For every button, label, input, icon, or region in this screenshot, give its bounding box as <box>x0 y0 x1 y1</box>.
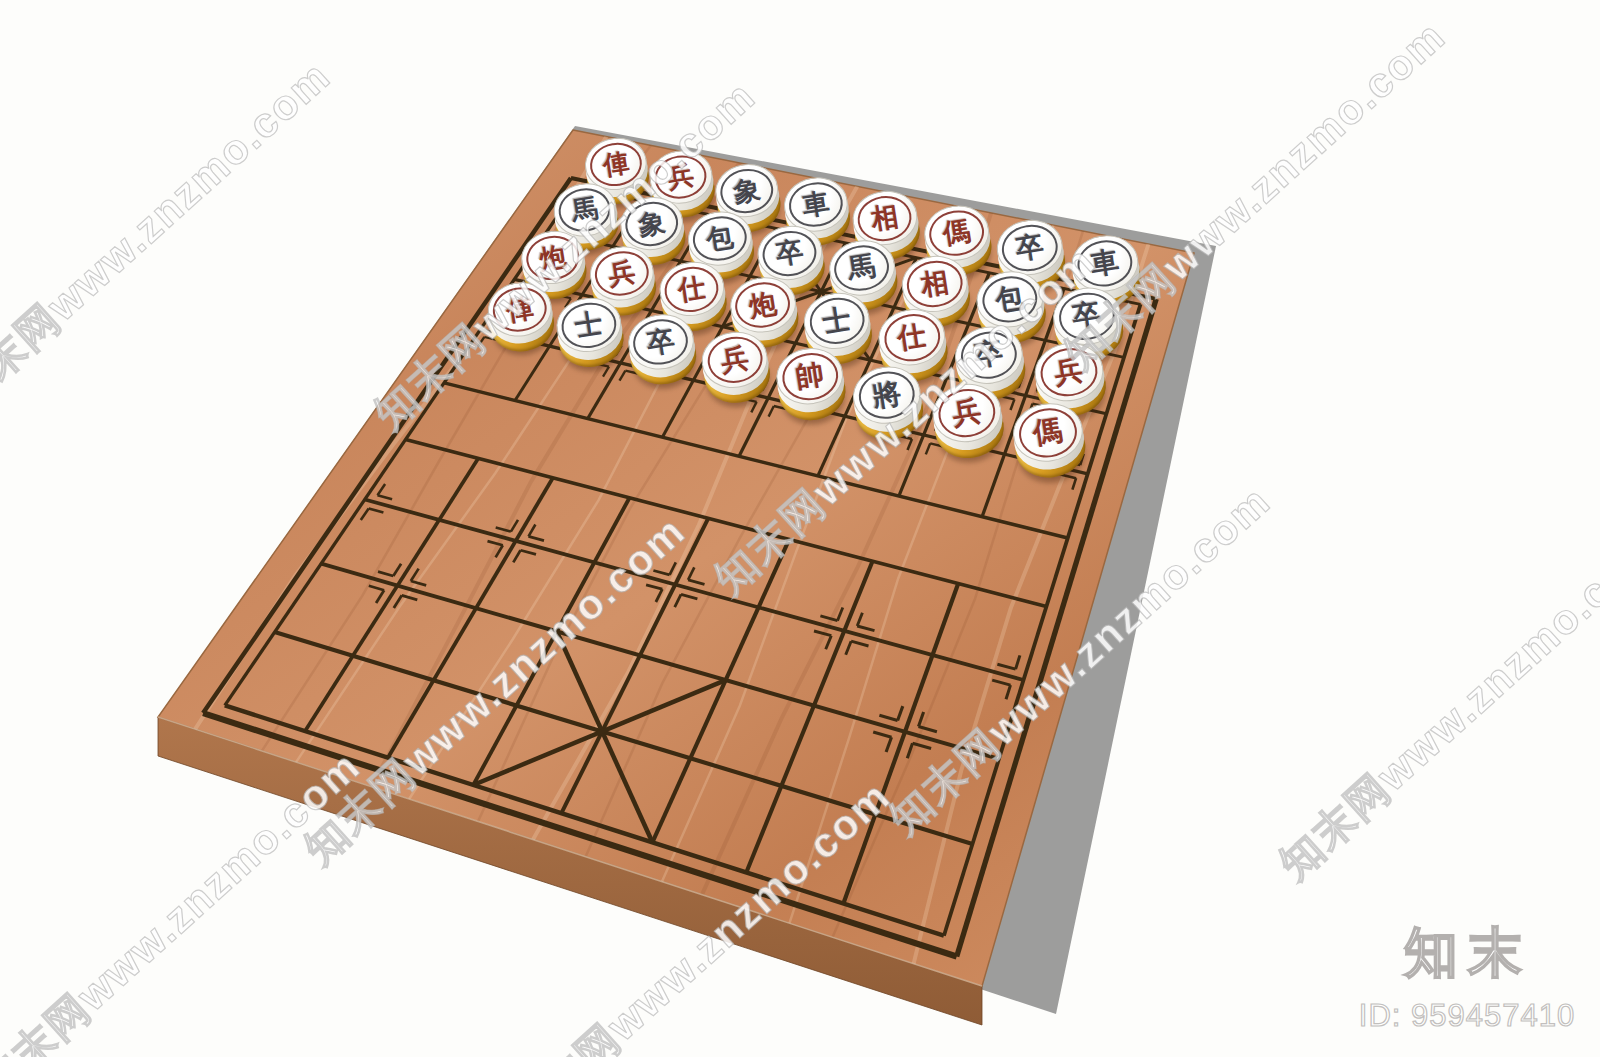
piece-face: 兵 <box>1030 338 1107 406</box>
piece-r3c0-俥[interactable]: 俥 <box>483 278 557 356</box>
scene: 俥兵象車相傌卒車馬象包卒馬相包卒炮兵仕炮士仕卒兵俥士卒兵帥將兵傌 知末网www.… <box>0 0 1600 1057</box>
piece-character: 士 <box>554 295 624 357</box>
piece-face: 仕 <box>874 304 949 370</box>
piece-face: 卒 <box>951 321 1027 388</box>
piece-face: 傌 <box>1009 398 1087 467</box>
piece-face: 兵 <box>586 241 658 304</box>
piece-character: 兵 <box>1031 340 1105 405</box>
piece-character: 帥 <box>773 345 846 409</box>
piece-face: 將 <box>849 361 925 428</box>
piece-r3c1-士[interactable]: 士 <box>553 294 628 373</box>
piece-character: 兵 <box>698 328 770 391</box>
piece-character: 炮 <box>519 228 588 288</box>
piece-face: 仕 <box>655 257 728 321</box>
image-id: ID: 959457410 <box>1359 998 1575 1034</box>
piece-character: 傌 <box>1010 399 1086 465</box>
piece-character: 兵 <box>587 243 656 304</box>
piece-r3c7-傌[interactable]: 傌 <box>1009 398 1089 482</box>
piece-r3c6-兵[interactable]: 兵 <box>928 379 1007 462</box>
piece-character: 兵 <box>929 380 1004 446</box>
piece-character: 仕 <box>875 306 948 370</box>
site-logo: 知末 <box>1404 917 1532 990</box>
piece-character: 卒 <box>1050 284 1123 349</box>
piece-r3c4-帥[interactable]: 帥 <box>772 344 850 426</box>
piece-face: 俥 <box>483 278 555 341</box>
piece-face: 兵 <box>697 327 771 392</box>
piece-character: 卒 <box>625 311 696 373</box>
xiangqi-board <box>0 0 1600 1057</box>
piece-r3c3-兵[interactable]: 兵 <box>697 327 774 408</box>
piece-r3c5-將[interactable]: 將 <box>849 361 928 443</box>
piece-character: 俥 <box>485 279 555 340</box>
piece-character: 卒 <box>952 322 1026 387</box>
piece-r3c2-卒[interactable]: 卒 <box>624 310 700 390</box>
piece-character: 將 <box>850 362 924 427</box>
piece-character: 仕 <box>656 258 726 320</box>
